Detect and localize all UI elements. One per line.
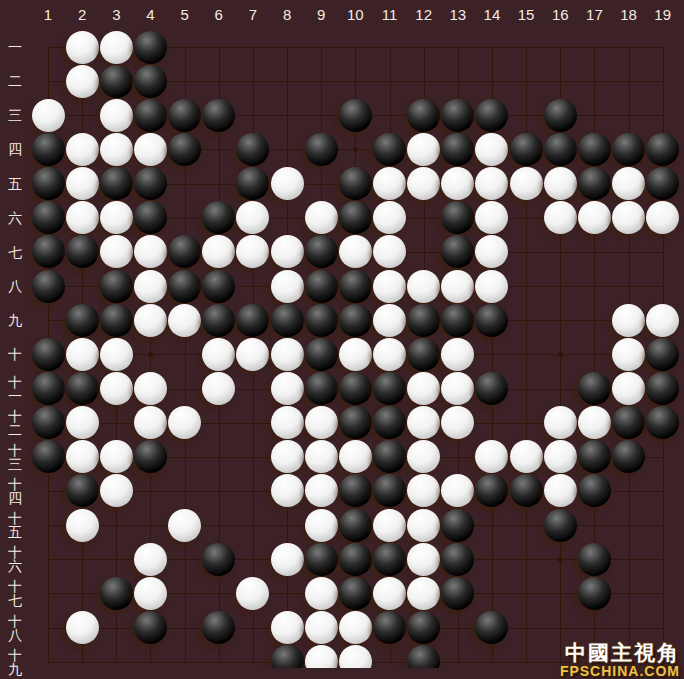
- black-stone-col5-row4[interactable]: [168, 133, 201, 166]
- white-stone-col13-row14[interactable]: [441, 474, 474, 507]
- row-label-15: 十五: [0, 508, 30, 542]
- white-stone-col9-row15[interactable]: [305, 509, 338, 542]
- white-stone-col2-row6[interactable]: [66, 201, 99, 234]
- white-stone-col12-row17[interactable]: [407, 577, 440, 610]
- star-point: [558, 557, 563, 562]
- black-stone-col14-row3[interactable]: [475, 99, 508, 132]
- row-label-14: 十四: [0, 474, 30, 508]
- white-stone-col19-row6[interactable]: [646, 201, 679, 234]
- black-stone-col2-row14[interactable]: [66, 474, 99, 507]
- black-stone-col17-row17[interactable]: [578, 577, 611, 610]
- white-stone-col11-row6[interactable]: [373, 201, 406, 234]
- black-stone-col9-row10[interactable]: [305, 338, 338, 371]
- black-stone-col10-row6[interactable]: [339, 201, 372, 234]
- white-stone-col16-row12[interactable]: [544, 406, 577, 439]
- row-label-7: 七: [0, 235, 30, 269]
- white-stone-col2-row18[interactable]: [66, 611, 99, 644]
- white-stone-col18-row10[interactable]: [612, 338, 645, 371]
- white-stone-col2-row15[interactable]: [66, 509, 99, 542]
- column-label-15: 15: [509, 0, 543, 30]
- white-stone-col4-row16[interactable]: [134, 543, 167, 576]
- row-label-8: 八: [0, 269, 30, 303]
- column-label-3: 3: [99, 0, 133, 30]
- white-stone-col12-row5[interactable]: [407, 167, 440, 200]
- white-stone-col10-row13[interactable]: [339, 440, 372, 473]
- white-stone-col9-row13[interactable]: [305, 440, 338, 473]
- white-stone-col15-row5[interactable]: [510, 167, 543, 200]
- black-stone-col17-row14[interactable]: [578, 474, 611, 507]
- black-stone-col13-row7[interactable]: [441, 235, 474, 268]
- black-stone-col11-row13[interactable]: [373, 440, 406, 473]
- black-stone-col7-row4[interactable]: [236, 133, 269, 166]
- black-stone-col2-row7[interactable]: [66, 235, 99, 268]
- white-stone-col8-row10[interactable]: [271, 338, 304, 371]
- white-stone-col4-row8[interactable]: [134, 270, 167, 303]
- black-stone-col10-row11[interactable]: [339, 372, 372, 405]
- white-stone-col2-row10[interactable]: [66, 338, 99, 371]
- black-stone-col17-row5[interactable]: [578, 167, 611, 200]
- white-stone-col17-row6[interactable]: [578, 201, 611, 234]
- white-stone-col11-row17[interactable]: [373, 577, 406, 610]
- white-stone-col4-row7[interactable]: [134, 235, 167, 268]
- white-stone-col3-row11[interactable]: [100, 372, 133, 405]
- white-stone-col14-row8[interactable]: [475, 270, 508, 303]
- column-label-7: 7: [236, 0, 270, 30]
- black-stone-col11-row11[interactable]: [373, 372, 406, 405]
- black-stone-col13-row6[interactable]: [441, 201, 474, 234]
- black-stone-col2-row9[interactable]: [66, 304, 99, 337]
- white-stone-col4-row17[interactable]: [134, 577, 167, 610]
- row-label-19: 十九: [0, 645, 30, 679]
- column-label-14: 14: [475, 0, 509, 30]
- white-stone-col2-row4[interactable]: [66, 133, 99, 166]
- black-stone-col4-row13[interactable]: [134, 440, 167, 473]
- white-stone-col16-row5[interactable]: [544, 167, 577, 200]
- black-stone-col11-row14[interactable]: [373, 474, 406, 507]
- column-label-12: 12: [407, 0, 441, 30]
- black-stone-col13-row15[interactable]: [441, 509, 474, 542]
- white-stone-col3-row7[interactable]: [100, 235, 133, 268]
- black-stone-col1-row13[interactable]: [32, 440, 65, 473]
- white-stone-col12-row14[interactable]: [407, 474, 440, 507]
- column-label-4: 4: [133, 0, 167, 30]
- white-stone-col8-row8[interactable]: [271, 270, 304, 303]
- black-stone-col1-row5[interactable]: [32, 167, 65, 200]
- black-stone-col14-row11[interactable]: [475, 372, 508, 405]
- white-stone-col6-row11[interactable]: [202, 372, 235, 405]
- black-stone-col15-row14[interactable]: [510, 474, 543, 507]
- black-stone-col14-row9[interactable]: [475, 304, 508, 337]
- black-stone-col17-row13[interactable]: [578, 440, 611, 473]
- black-stone-col14-row14[interactable]: [475, 474, 508, 507]
- black-stone-col10-row12[interactable]: [339, 406, 372, 439]
- white-stone-col3-row1[interactable]: [100, 31, 133, 64]
- white-stone-col16-row14[interactable]: [544, 474, 577, 507]
- white-stone-col4-row9[interactable]: [134, 304, 167, 337]
- white-stone-col1-row3[interactable]: [32, 99, 65, 132]
- white-stone-col2-row1[interactable]: [66, 31, 99, 64]
- white-stone-col14-row4[interactable]: [475, 133, 508, 166]
- column-label-10: 10: [338, 0, 372, 30]
- row-label-16: 十六: [0, 542, 30, 576]
- white-stone-col11-row10[interactable]: [373, 338, 406, 371]
- row-label-2: 二: [0, 64, 30, 98]
- watermark-site-url: FPSCHINA.COM: [560, 664, 680, 679]
- white-stone-col3-row6[interactable]: [100, 201, 133, 234]
- white-stone-col12-row4[interactable]: [407, 133, 440, 166]
- black-stone-col13-row4[interactable]: [441, 133, 474, 166]
- black-stone-col6-row9[interactable]: [202, 304, 235, 337]
- white-stone-col9-row12[interactable]: [305, 406, 338, 439]
- white-stone-col3-row14[interactable]: [100, 474, 133, 507]
- white-stone-col12-row12[interactable]: [407, 406, 440, 439]
- white-stone-col13-row12[interactable]: [441, 406, 474, 439]
- white-stone-col8-row7[interactable]: [271, 235, 304, 268]
- white-stone-col14-row7[interactable]: [475, 235, 508, 268]
- black-stone-col10-row9[interactable]: [339, 304, 372, 337]
- white-stone-col5-row15[interactable]: [168, 509, 201, 542]
- black-stone-col18-row12[interactable]: [612, 406, 645, 439]
- white-stone-col14-row6[interactable]: [475, 201, 508, 234]
- white-stone-col9-row6[interactable]: [305, 201, 338, 234]
- white-stone-col9-row17[interactable]: [305, 577, 338, 610]
- column-label-11: 11: [373, 0, 407, 30]
- column-label-17: 17: [577, 0, 611, 30]
- black-stone-col4-row5[interactable]: [134, 167, 167, 200]
- white-stone-col18-row6[interactable]: [612, 201, 645, 234]
- white-stone-col7-row10[interactable]: [236, 338, 269, 371]
- black-stone-col16-row15[interactable]: [544, 509, 577, 542]
- black-stone-col6-row18[interactable]: [202, 611, 235, 644]
- white-stone-col8-row5[interactable]: [271, 167, 304, 200]
- black-stone-col4-row1[interactable]: [134, 31, 167, 64]
- white-stone-col9-row18[interactable]: [305, 611, 338, 644]
- white-stone-col13-row5[interactable]: [441, 167, 474, 200]
- black-stone-col10-row14[interactable]: [339, 474, 372, 507]
- white-stone-col5-row9[interactable]: [168, 304, 201, 337]
- white-stone-col6-row10[interactable]: [202, 338, 235, 371]
- black-stone-col1-row8[interactable]: [32, 270, 65, 303]
- white-stone-col17-row12[interactable]: [578, 406, 611, 439]
- white-stone-col3-row13[interactable]: [100, 440, 133, 473]
- column-label-8: 8: [270, 0, 304, 30]
- black-stone-col9-row7[interactable]: [305, 235, 338, 268]
- row-label-9: 九: [0, 303, 30, 337]
- black-stone-col3-row8[interactable]: [100, 270, 133, 303]
- row-label-12: 十二: [0, 406, 30, 440]
- white-stone-col12-row16[interactable]: [407, 543, 440, 576]
- black-stone-col12-row3[interactable]: [407, 99, 440, 132]
- row-label-18: 十八: [0, 611, 30, 645]
- black-stone-col19-row12[interactable]: [646, 406, 679, 439]
- black-stone-col12-row9[interactable]: [407, 304, 440, 337]
- white-stone-col6-row7[interactable]: [202, 235, 235, 268]
- white-stone-col12-row8[interactable]: [407, 270, 440, 303]
- black-stone-col4-row2[interactable]: [134, 65, 167, 98]
- black-stone-col8-row9[interactable]: [271, 304, 304, 337]
- black-stone-col1-row6[interactable]: [32, 201, 65, 234]
- star-point: [148, 352, 153, 357]
- black-stone-col10-row8[interactable]: [339, 270, 372, 303]
- black-stone-col2-row11[interactable]: [66, 372, 99, 405]
- white-stone-col15-row13[interactable]: [510, 440, 543, 473]
- white-stone-col14-row13[interactable]: [475, 440, 508, 473]
- black-stone-col6-row8[interactable]: [202, 270, 235, 303]
- black-stone-col3-row2[interactable]: [100, 65, 133, 98]
- white-stone-col7-row7[interactable]: [236, 235, 269, 268]
- star-point: [353, 147, 358, 152]
- star-point: [558, 352, 563, 357]
- black-stone-col10-row17[interactable]: [339, 577, 372, 610]
- white-stone-col4-row4[interactable]: [134, 133, 167, 166]
- white-stone-col8-row16[interactable]: [271, 543, 304, 576]
- white-stone-col5-row12[interactable]: [168, 406, 201, 439]
- go-app-window: 12345678910111213141516171819 一二三四五六七八九十…: [0, 0, 684, 679]
- black-stone-col1-row11[interactable]: [32, 372, 65, 405]
- black-stone-col9-row16[interactable]: [305, 543, 338, 576]
- black-stone-col9-row11[interactable]: [305, 372, 338, 405]
- white-stone-col8-row13[interactable]: [271, 440, 304, 473]
- black-stone-col3-row17[interactable]: [100, 577, 133, 610]
- white-stone-col10-row10[interactable]: [339, 338, 372, 371]
- row-label-10: 十: [0, 337, 30, 371]
- white-stone-col10-row18[interactable]: [339, 611, 372, 644]
- black-stone-col12-row18[interactable]: [407, 611, 440, 644]
- black-stone-col10-row5[interactable]: [339, 167, 372, 200]
- black-stone-col19-row10[interactable]: [646, 338, 679, 371]
- watermark: 中國主視角 FPSCHINA.COM: [560, 642, 680, 679]
- column-label-6: 6: [202, 0, 236, 30]
- black-stone-col13-row17[interactable]: [441, 577, 474, 610]
- black-stone-col12-row10[interactable]: [407, 338, 440, 371]
- black-stone-col5-row3[interactable]: [168, 99, 201, 132]
- black-stone-col19-row5[interactable]: [646, 167, 679, 200]
- row-label-3: 三: [0, 98, 30, 132]
- white-stone-col10-row7[interactable]: [339, 235, 372, 268]
- white-stone-col4-row11[interactable]: [134, 372, 167, 405]
- black-stone-col10-row3[interactable]: [339, 99, 372, 132]
- black-stone-col6-row16[interactable]: [202, 543, 235, 576]
- black-stone-col16-row3[interactable]: [544, 99, 577, 132]
- column-label-19: 19: [646, 0, 680, 30]
- black-stone-col7-row9[interactable]: [236, 304, 269, 337]
- white-stone-col13-row8[interactable]: [441, 270, 474, 303]
- white-stone-col7-row6[interactable]: [236, 201, 269, 234]
- black-stone-col13-row3[interactable]: [441, 99, 474, 132]
- white-stone-col3-row10[interactable]: [100, 338, 133, 371]
- watermark-chinese-text: 中國主視角: [560, 642, 680, 664]
- white-stone-col12-row11[interactable]: [407, 372, 440, 405]
- white-stone-col18-row5[interactable]: [612, 167, 645, 200]
- black-stone-col1-row4[interactable]: [32, 133, 65, 166]
- black-stone-col4-row18[interactable]: [134, 611, 167, 644]
- black-stone-col13-row9[interactable]: [441, 304, 474, 337]
- black-stone-col3-row5[interactable]: [100, 167, 133, 200]
- black-stone-col11-row12[interactable]: [373, 406, 406, 439]
- black-stone-col17-row16[interactable]: [578, 543, 611, 576]
- go-board[interactable]: [30, 30, 684, 668]
- column-label-16: 16: [543, 0, 577, 30]
- black-stone-col1-row7[interactable]: [32, 235, 65, 268]
- white-stone-col13-row10[interactable]: [441, 338, 474, 371]
- black-stone-col4-row6[interactable]: [134, 201, 167, 234]
- white-stone-col11-row5[interactable]: [373, 167, 406, 200]
- black-stone-col13-row16[interactable]: [441, 543, 474, 576]
- white-stone-col11-row15[interactable]: [373, 509, 406, 542]
- black-stone-col11-row18[interactable]: [373, 611, 406, 644]
- black-stone-col17-row11[interactable]: [578, 372, 611, 405]
- white-stone-col12-row15[interactable]: [407, 509, 440, 542]
- black-stone-col19-row4[interactable]: [646, 133, 679, 166]
- row-label-13: 十三: [0, 440, 30, 474]
- column-label-9: 9: [304, 0, 338, 30]
- black-stone-col17-row4[interactable]: [578, 133, 611, 166]
- column-label-18: 18: [612, 0, 646, 30]
- white-stone-col2-row12[interactable]: [66, 406, 99, 439]
- white-stone-col12-row13[interactable]: [407, 440, 440, 473]
- black-stone-col1-row12[interactable]: [32, 406, 65, 439]
- white-stone-col8-row14[interactable]: [271, 474, 304, 507]
- black-stone-col3-row9[interactable]: [100, 304, 133, 337]
- black-stone-col5-row7[interactable]: [168, 235, 201, 268]
- black-stone-col11-row4[interactable]: [373, 133, 406, 166]
- black-stone-col15-row4[interactable]: [510, 133, 543, 166]
- row-label-17: 十七: [0, 576, 30, 610]
- black-stone-col18-row13[interactable]: [612, 440, 645, 473]
- white-stone-col11-row7[interactable]: [373, 235, 406, 268]
- white-stone-col2-row2[interactable]: [66, 65, 99, 98]
- row-label-11: 十一: [0, 372, 30, 406]
- white-stone-col8-row18[interactable]: [271, 611, 304, 644]
- column-label-1: 1: [31, 0, 65, 30]
- white-stone-col2-row13[interactable]: [66, 440, 99, 473]
- column-label-5: 5: [168, 0, 202, 30]
- white-stone-col3-row4[interactable]: [100, 133, 133, 166]
- black-stone-col10-row15[interactable]: [339, 509, 372, 542]
- white-stone-col18-row9[interactable]: [612, 304, 645, 337]
- column-label-2: 2: [65, 0, 99, 30]
- white-stone-col14-row5[interactable]: [475, 167, 508, 200]
- black-stone-col14-row18[interactable]: [475, 611, 508, 644]
- white-stone-col3-row3[interactable]: [100, 99, 133, 132]
- white-stone-col11-row9[interactable]: [373, 304, 406, 337]
- row-label-1: 一: [0, 30, 30, 64]
- white-stone-col7-row17[interactable]: [236, 577, 269, 610]
- white-stone-col4-row12[interactable]: [134, 406, 167, 439]
- white-stone-col19-row9[interactable]: [646, 304, 679, 337]
- black-stone-col16-row4[interactable]: [544, 133, 577, 166]
- black-stone-col18-row4[interactable]: [612, 133, 645, 166]
- white-stone-col16-row6[interactable]: [544, 201, 577, 234]
- white-stone-col16-row13[interactable]: [544, 440, 577, 473]
- white-stone-col2-row5[interactable]: [66, 167, 99, 200]
- row-label-4: 四: [0, 132, 30, 166]
- black-stone-col9-row9[interactable]: [305, 304, 338, 337]
- black-stone-col6-row3[interactable]: [202, 99, 235, 132]
- white-stone-col9-row14[interactable]: [305, 474, 338, 507]
- row-label-6: 六: [0, 201, 30, 235]
- black-stone-col7-row5[interactable]: [236, 167, 269, 200]
- white-stone-col18-row11[interactable]: [612, 372, 645, 405]
- white-stone-col8-row11[interactable]: [271, 372, 304, 405]
- black-stone-col11-row16[interactable]: [373, 543, 406, 576]
- black-stone-col9-row8[interactable]: [305, 270, 338, 303]
- black-stone-col1-row10[interactable]: [32, 338, 65, 371]
- white-stone-col13-row11[interactable]: [441, 372, 474, 405]
- black-stone-col4-row3[interactable]: [134, 99, 167, 132]
- black-stone-col19-row11[interactable]: [646, 372, 679, 405]
- white-stone-col11-row8[interactable]: [373, 270, 406, 303]
- column-label-13: 13: [441, 0, 475, 30]
- black-stone-col5-row8[interactable]: [168, 270, 201, 303]
- black-stone-col6-row6[interactable]: [202, 201, 235, 234]
- white-stone-col8-row12[interactable]: [271, 406, 304, 439]
- row-label-5: 五: [0, 167, 30, 201]
- black-stone-col9-row4[interactable]: [305, 133, 338, 166]
- black-stone-col10-row16[interactable]: [339, 543, 372, 576]
